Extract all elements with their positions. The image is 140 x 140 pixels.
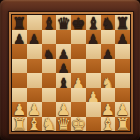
square-a6[interactable] [12,44,27,59]
square-b6[interactable] [27,44,42,59]
square-h4[interactable] [115,73,130,88]
square-e6[interactable] [71,44,86,59]
square-b8[interactable] [27,15,42,30]
square-e7[interactable] [71,30,86,45]
square-c1[interactable]: ♞ [42,117,57,132]
square-g3[interactable] [101,88,116,103]
square-c6[interactable]: ♞ [42,44,57,59]
square-c4[interactable] [42,73,57,88]
square-b5[interactable] [27,59,42,74]
white-king-e1[interactable]: ♚ [71,116,86,133]
square-d6[interactable]: ♟ [56,44,71,59]
square-a4[interactable] [12,73,27,88]
square-h1[interactable]: ♜ [115,117,130,132]
square-a5[interactable] [12,59,27,74]
white-bishop-g1[interactable]: ♝ [100,116,115,133]
square-a1[interactable]: ♜ [12,117,27,132]
square-f5[interactable] [86,59,101,74]
square-d8[interactable]: ♛ [56,15,71,30]
square-g1[interactable]: ♝ [101,117,116,132]
square-d5[interactable]: ♟ [56,59,71,74]
chess-app-frame: ♜♝♛♚♝♞♜♟♟♟♟♞♟♟♟♝♟♞♟♟♟♟♟♟♜♝♞♛♚♝♜ [0,0,140,140]
white-rook-h1[interactable]: ♜ [115,116,130,133]
square-h6[interactable] [115,44,130,59]
square-c5[interactable] [42,59,57,74]
square-a8[interactable]: ♜ [12,15,27,30]
square-a3[interactable] [12,88,27,103]
square-e8[interactable]: ♚ [71,15,86,30]
square-e1[interactable]: ♚ [71,117,86,132]
square-d7[interactable] [56,30,71,45]
square-h7[interactable]: ♟ [115,30,130,45]
square-h5[interactable] [115,59,130,74]
chess-board[interactable]: ♜♝♛♚♝♞♜♟♟♟♟♞♟♟♟♝♟♞♟♟♟♟♟♟♜♝♞♛♚♝♜ [11,14,131,132]
square-f3[interactable]: ♟ [86,88,101,103]
square-e5[interactable] [71,59,86,74]
white-queen-d1[interactable]: ♛ [56,116,71,133]
square-e3[interactable] [71,88,86,103]
square-b3[interactable] [27,88,42,103]
white-rook-a1[interactable]: ♜ [12,116,27,133]
square-d1[interactable]: ♛ [56,117,71,132]
square-c8[interactable]: ♝ [42,15,57,30]
square-g5[interactable] [101,59,116,74]
square-f2[interactable] [86,102,101,117]
square-a7[interactable]: ♟ [12,30,27,45]
square-h8[interactable]: ♜ [115,15,130,30]
square-g8[interactable]: ♞ [101,15,116,30]
white-knight-c1[interactable]: ♞ [41,116,56,133]
square-h3[interactable] [115,88,130,103]
square-d4[interactable]: ♝ [56,73,71,88]
square-b4[interactable] [27,73,42,88]
square-c7[interactable] [42,30,57,45]
square-b7[interactable]: ♟ [27,30,42,45]
square-e4[interactable]: ♟ [71,73,86,88]
square-f8[interactable]: ♝ [86,15,101,30]
square-g4[interactable]: ♞ [101,73,116,88]
square-c3[interactable] [42,88,57,103]
square-g7[interactable] [101,30,116,45]
square-d3[interactable] [56,88,71,103]
square-f4[interactable] [86,73,101,88]
square-f1[interactable] [86,117,101,132]
square-f7[interactable]: ♟ [86,30,101,45]
square-f6[interactable] [86,44,101,59]
square-g6[interactable]: ♟ [101,44,116,59]
square-b1[interactable]: ♝ [27,117,42,132]
white-bishop-b1[interactable]: ♝ [27,116,42,133]
